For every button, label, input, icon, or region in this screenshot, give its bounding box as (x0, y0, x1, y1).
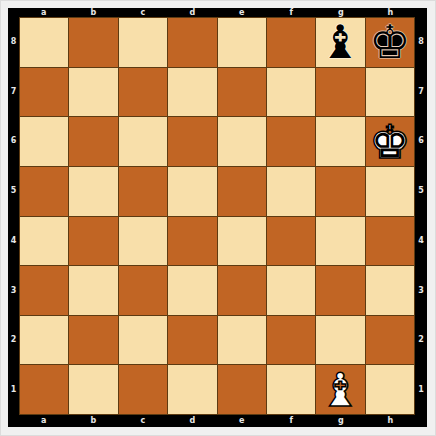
file-label-h: h (366, 415, 416, 427)
square-b2[interactable] (69, 316, 117, 365)
square-c3[interactable] (119, 266, 167, 315)
square-f1[interactable] (267, 365, 315, 414)
square-h5[interactable] (366, 167, 414, 216)
square-a6[interactable] (20, 117, 68, 166)
square-h7[interactable] (366, 68, 414, 117)
square-e1[interactable] (218, 365, 266, 414)
square-c1[interactable] (119, 365, 167, 414)
square-b3[interactable] (69, 266, 117, 315)
square-c8[interactable] (119, 18, 167, 67)
square-d7[interactable] (168, 68, 216, 117)
rank-label-7: 7 (8, 67, 19, 117)
square-e2[interactable] (218, 316, 266, 365)
file-label-d: d (168, 8, 218, 17)
square-d5[interactable] (168, 167, 216, 216)
square-h4[interactable] (366, 217, 414, 266)
square-b6[interactable] (69, 117, 117, 166)
rank-label-5: 5 (415, 166, 427, 216)
file-label-g: g (316, 415, 366, 427)
square-e8[interactable] (218, 18, 266, 67)
square-h3[interactable] (366, 266, 414, 315)
square-f6[interactable] (267, 117, 315, 166)
square-g4[interactable] (316, 217, 364, 266)
square-b4[interactable] (69, 217, 117, 266)
square-d4[interactable] (168, 217, 216, 266)
square-f5[interactable] (267, 167, 315, 216)
square-a5[interactable] (20, 167, 68, 216)
square-d3[interactable] (168, 266, 216, 315)
square-b8[interactable] (69, 18, 117, 67)
square-a4[interactable] (20, 217, 68, 266)
rank-label-2: 2 (8, 316, 19, 366)
file-label-a: a (19, 8, 69, 17)
square-a1[interactable] (20, 365, 68, 414)
square-h2[interactable] (366, 316, 414, 365)
square-h1[interactable] (366, 365, 414, 414)
square-f4[interactable] (267, 217, 315, 266)
rank-label-2: 2 (415, 316, 427, 366)
file-label-b: b (69, 8, 119, 17)
square-d8[interactable] (168, 18, 216, 67)
square-d2[interactable] (168, 316, 216, 365)
rank-label-1: 1 (8, 365, 19, 415)
square-g7[interactable] (316, 68, 364, 117)
square-c6[interactable] (119, 117, 167, 166)
rank-label-4: 4 (415, 216, 427, 266)
piece-black-bishop[interactable]: ♝ (320, 19, 361, 65)
square-e4[interactable] (218, 217, 266, 266)
rank-label-8: 8 (8, 17, 19, 67)
square-a3[interactable] (20, 266, 68, 315)
piece-black-king[interactable]: ♚ (369, 19, 410, 65)
rank-label-3: 3 (8, 266, 19, 316)
rank-label-4: 4 (8, 216, 19, 266)
square-f7[interactable] (267, 68, 315, 117)
file-label-e: e (217, 415, 267, 427)
square-e5[interactable] (218, 167, 266, 216)
file-labels-bottom: abcdefgh (19, 415, 415, 427)
file-label-f: f (267, 8, 317, 17)
square-g1[interactable]: ♝ (316, 365, 364, 414)
square-c4[interactable] (119, 217, 167, 266)
square-h6[interactable]: ♚ (366, 117, 414, 166)
square-e7[interactable] (218, 68, 266, 117)
square-b7[interactable] (69, 68, 117, 117)
rank-label-6: 6 (415, 117, 427, 167)
page: abcdefgh abcdefgh 87654321 87654321 ♝♚♚♝ (0, 0, 436, 436)
file-label-f: f (267, 415, 317, 427)
rank-label-7: 7 (415, 67, 427, 117)
chess-board: ♝♚♚♝ (19, 17, 415, 415)
square-e6[interactable] (218, 117, 266, 166)
square-g2[interactable] (316, 316, 364, 365)
square-g6[interactable] (316, 117, 364, 166)
rank-label-3: 3 (415, 266, 427, 316)
square-a8[interactable] (20, 18, 68, 67)
piece-white-bishop[interactable]: ♝ (320, 367, 361, 413)
rank-labels-left: 87654321 (8, 17, 19, 415)
square-f2[interactable] (267, 316, 315, 365)
square-c5[interactable] (119, 167, 167, 216)
square-d1[interactable] (168, 365, 216, 414)
file-label-e: e (217, 8, 267, 17)
square-a2[interactable] (20, 316, 68, 365)
file-label-c: c (118, 415, 168, 427)
square-c7[interactable] (119, 68, 167, 117)
file-label-a: a (19, 415, 69, 427)
square-b5[interactable] (69, 167, 117, 216)
square-b1[interactable] (69, 365, 117, 414)
rank-label-8: 8 (415, 17, 427, 67)
square-g3[interactable] (316, 266, 364, 315)
square-c2[interactable] (119, 316, 167, 365)
square-e3[interactable] (218, 266, 266, 315)
rank-label-6: 6 (8, 117, 19, 167)
rank-labels-right: 87654321 (415, 17, 427, 415)
rank-label-5: 5 (8, 166, 19, 216)
board-frame: abcdefgh abcdefgh 87654321 87654321 ♝♚♚♝ (8, 8, 427, 427)
rank-label-1: 1 (415, 365, 427, 415)
square-a7[interactable] (20, 68, 68, 117)
file-label-d: d (168, 415, 218, 427)
square-g8[interactable]: ♝ (316, 18, 364, 67)
square-h8[interactable]: ♚ (366, 18, 414, 67)
piece-white-king[interactable]: ♚ (369, 119, 410, 165)
square-f3[interactable] (267, 266, 315, 315)
square-f8[interactable] (267, 18, 315, 67)
square-d6[interactable] (168, 117, 216, 166)
file-label-c: c (118, 8, 168, 17)
file-label-b: b (69, 415, 119, 427)
square-g5[interactable] (316, 167, 364, 216)
